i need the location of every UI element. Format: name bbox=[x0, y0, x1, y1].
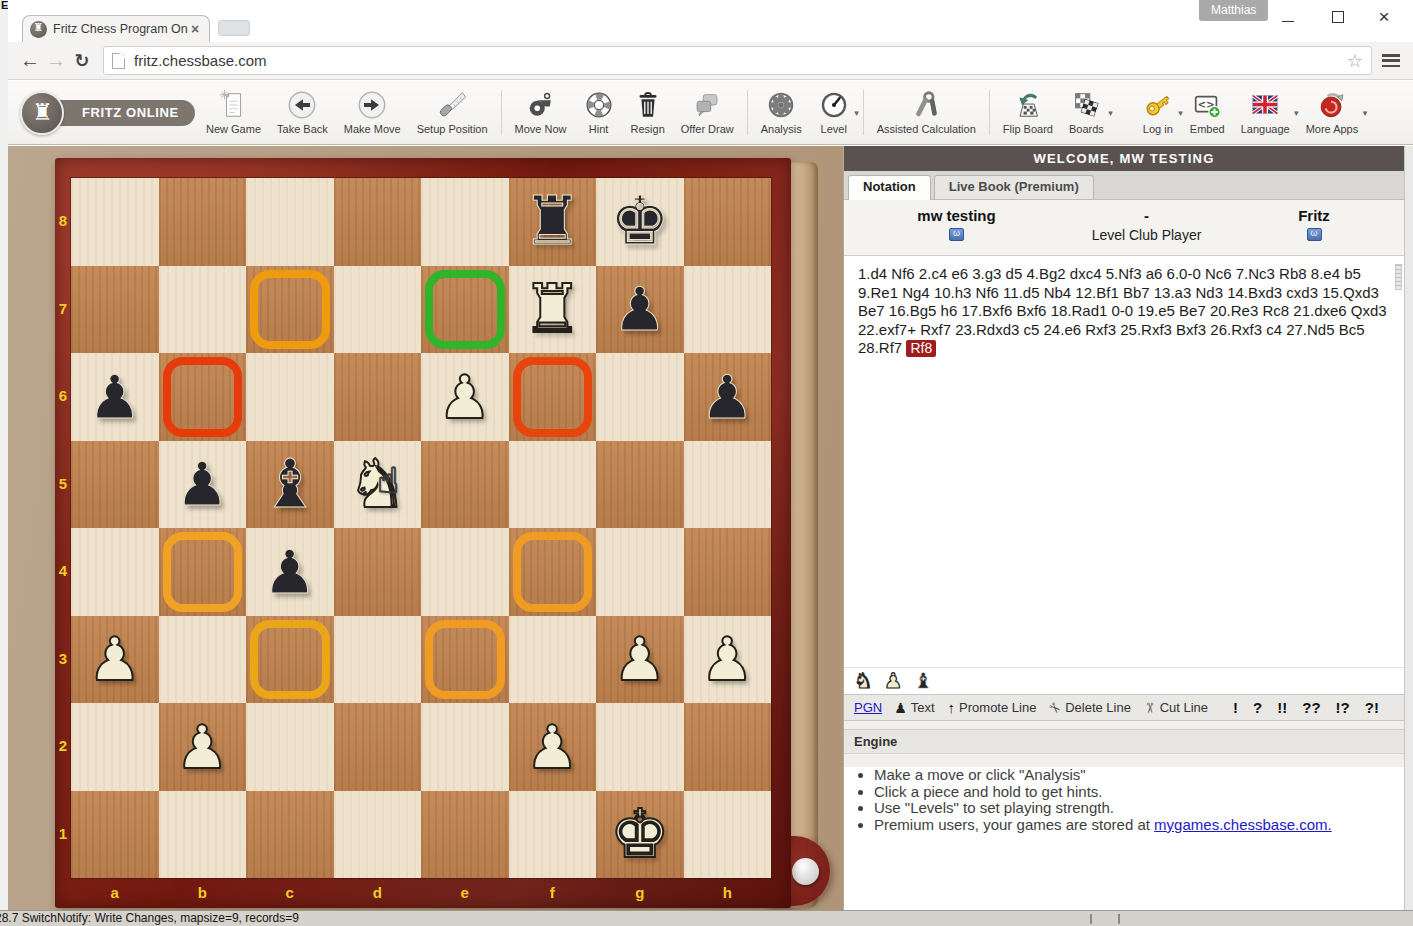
tab-title: Fritz Chess Program Onlin bbox=[53, 22, 188, 36]
tab-notation[interactable]: Notation bbox=[848, 175, 931, 200]
engine-tip: Click a piece and hold to get hints. bbox=[874, 784, 1404, 801]
white-pawn-h3[interactable]: ♟ bbox=[684, 616, 772, 704]
square-b5[interactable]: ♟ bbox=[159, 441, 247, 529]
cut-scissors-icon bbox=[1144, 700, 1156, 716]
square-c5[interactable]: ♝ bbox=[246, 441, 334, 529]
black-rook-f8[interactable]: ♜ bbox=[509, 178, 597, 266]
square-h8[interactable] bbox=[684, 178, 772, 266]
rook-logo-icon bbox=[20, 91, 64, 135]
square-e4[interactable] bbox=[421, 528, 509, 616]
square-h3[interactable]: ♟ bbox=[684, 616, 772, 704]
square-b1[interactable] bbox=[159, 791, 247, 879]
symbol-brilliant[interactable]: !! bbox=[1277, 699, 1287, 716]
symbol-mistake[interactable]: ? bbox=[1253, 699, 1262, 716]
assisted-calculation-button[interactable]: Assisted Calculation bbox=[869, 81, 984, 144]
flip-board-button[interactable]: Flip Board bbox=[995, 81, 1061, 144]
embed-icon: <> bbox=[1191, 86, 1223, 123]
level-label: Level Club Player bbox=[1092, 227, 1202, 243]
square-f5[interactable] bbox=[509, 441, 597, 529]
browser-window: Fritz Chess Program Onlin Matthias fritz… bbox=[8, 0, 1413, 910]
white-player-name: mw testing bbox=[917, 207, 995, 224]
file-label-c: c bbox=[246, 884, 334, 901]
toolbar-separator bbox=[863, 90, 864, 135]
square-a6[interactable]: ♟ bbox=[71, 353, 159, 441]
profile-badge[interactable]: Matthias bbox=[1199, 0, 1268, 21]
tab-live-book[interactable]: Live Book (Premium) bbox=[934, 175, 1094, 199]
engine-header: Engine bbox=[844, 729, 1404, 754]
browser-addressbar: fritz.chessbase.com bbox=[8, 42, 1413, 80]
result-separator: - bbox=[1144, 207, 1149, 224]
offer-draw-button[interactable]: Offer Draw bbox=[673, 81, 742, 144]
dropdown-caret-icon bbox=[1108, 108, 1113, 118]
square-a8[interactable] bbox=[71, 178, 159, 266]
annotation-symbols: ! ? !! ?? !? ?! bbox=[1233, 699, 1379, 716]
square-f1[interactable] bbox=[509, 791, 597, 879]
black-pawn-a6[interactable]: ♟ bbox=[71, 353, 159, 441]
rank-label-2: 2 bbox=[55, 737, 71, 754]
square-e8[interactable] bbox=[421, 178, 509, 266]
new-game-icon bbox=[218, 86, 250, 123]
square-d3[interactable] bbox=[334, 616, 422, 704]
white-pawn-e6[interactable]: ♟ bbox=[421, 353, 509, 441]
forward-button[interactable] bbox=[43, 49, 69, 72]
fritz-online-logo: FRITZ ONLINE bbox=[20, 89, 198, 137]
move-now-button[interactable]: Move Now bbox=[507, 81, 575, 144]
symbol-interesting[interactable]: !? bbox=[1336, 699, 1350, 716]
boards-icon bbox=[1070, 86, 1102, 123]
setup-position-icon bbox=[436, 86, 468, 123]
mygames-link[interactable]: mygames.chessbase.com. bbox=[1154, 816, 1332, 833]
white-pawn-g3[interactable]: ♟ bbox=[596, 616, 684, 704]
language-button[interactable]: Language bbox=[1233, 81, 1298, 144]
pawn-icon bbox=[894, 700, 907, 716]
move-hint-highlight-f6 bbox=[513, 357, 593, 437]
black-pawn-g7[interactable]: ♟ bbox=[596, 266, 684, 354]
toolbar-separator bbox=[501, 90, 502, 135]
text-button[interactable]: Text bbox=[894, 700, 934, 716]
browser-menu-icon[interactable] bbox=[1382, 54, 1400, 67]
square-c8[interactable] bbox=[246, 178, 334, 266]
square-g4[interactable] bbox=[596, 528, 684, 616]
symbol-blunder[interactable]: ?? bbox=[1302, 699, 1320, 716]
square-g3[interactable]: ♟ bbox=[596, 616, 684, 704]
engine-tip: Make a move or click "Analysis" bbox=[874, 767, 1404, 784]
white-rook-f7[interactable]: ♜ bbox=[509, 266, 597, 354]
fritz-online-logo-text: FRITZ ONLINE bbox=[44, 100, 195, 126]
promote-line-button[interactable]: Promote Line bbox=[948, 699, 1037, 716]
black-player-name: Fritz bbox=[1298, 207, 1330, 224]
square-e1[interactable] bbox=[421, 791, 509, 879]
move-hint-highlight-c3 bbox=[250, 620, 330, 700]
right-panel: WELCOME, MW TESTING Notation Live Book (… bbox=[843, 146, 1404, 910]
engine-panel: Make a move or click "Analysis" Click a … bbox=[844, 767, 1404, 924]
hint-button[interactable]: Hint bbox=[575, 81, 623, 144]
white-pawn-b2[interactable]: ♟ bbox=[159, 703, 247, 791]
move-hint-highlight-e3 bbox=[425, 620, 505, 700]
file-label-e: e bbox=[421, 884, 509, 901]
players-header: mw testing - Level Club Player Fritz bbox=[844, 200, 1404, 256]
rank-label-3: 3 bbox=[55, 650, 71, 667]
status-tick bbox=[1090, 914, 1092, 924]
file-label-g: g bbox=[596, 884, 684, 901]
status-bar: 28.7 SwitchNotify: Write Changes, mapsiz… bbox=[0, 910, 1413, 926]
square-c7[interactable] bbox=[246, 266, 334, 354]
square-f7[interactable]: ♜ bbox=[509, 266, 597, 354]
square-e2[interactable] bbox=[421, 703, 509, 791]
log-in-key-icon bbox=[1142, 86, 1174, 123]
browser-tab[interactable]: Fritz Chess Program Onlin bbox=[22, 15, 210, 42]
new-game-button[interactable]: New Game bbox=[198, 81, 269, 144]
flip-board-icon bbox=[1012, 86, 1044, 123]
make-move-button[interactable]: Make Move bbox=[336, 81, 409, 144]
screen: E Fritz Chess Program Onlin Matthias fri… bbox=[0, 0, 1413, 926]
square-b2[interactable]: ♟ bbox=[159, 703, 247, 791]
language-flag-icon bbox=[1249, 86, 1281, 123]
delete-line-button[interactable]: Delete Line bbox=[1049, 700, 1131, 716]
toolbar-separator bbox=[989, 90, 990, 135]
new-tab-button[interactable] bbox=[218, 20, 250, 36]
white-pawn-a3[interactable]: ♟ bbox=[71, 616, 159, 704]
square-g1[interactable]: ♚ bbox=[596, 791, 684, 879]
notation-scrollbar[interactable] bbox=[1395, 264, 1402, 290]
panel-gap bbox=[844, 721, 1404, 729]
square-g8[interactable]: ♚ bbox=[596, 178, 684, 266]
rank-label-8: 8 bbox=[55, 212, 71, 229]
rank-label-5: 5 bbox=[55, 475, 71, 492]
square-e6[interactable]: ♟ bbox=[421, 353, 509, 441]
more-apps-icon bbox=[1316, 86, 1348, 123]
minimize-button[interactable] bbox=[1272, 6, 1304, 28]
square-f4[interactable] bbox=[509, 528, 597, 616]
square-b3[interactable] bbox=[159, 616, 247, 704]
level-icon bbox=[818, 86, 850, 123]
square-b8[interactable] bbox=[159, 178, 247, 266]
square-c3[interactable] bbox=[246, 616, 334, 704]
square-d5[interactable]: ♞☝ bbox=[334, 441, 422, 529]
status-text: 28.7 SwitchNotify: Write Changes, mapsiz… bbox=[0, 911, 299, 925]
white-player-badge-icon[interactable] bbox=[949, 228, 964, 241]
hand-cursor: ☝ bbox=[377, 460, 399, 501]
square-d4[interactable] bbox=[334, 528, 422, 616]
dropdown-caret-icon bbox=[854, 108, 859, 118]
square-f2[interactable]: ♟ bbox=[509, 703, 597, 791]
white-king-g1[interactable]: ♚ bbox=[596, 791, 684, 879]
figurine-row: ♞ ♟ ♝ bbox=[844, 667, 1404, 694]
square-d2[interactable] bbox=[334, 703, 422, 791]
tab-close-icon[interactable] bbox=[188, 22, 202, 36]
engine-tip: Premium users, your games are stored at … bbox=[874, 817, 1404, 834]
square-d8[interactable] bbox=[334, 178, 422, 266]
boards-button[interactable]: Boards bbox=[1061, 81, 1112, 144]
reload-button[interactable] bbox=[69, 50, 95, 72]
square-f3[interactable] bbox=[509, 616, 597, 704]
bookmark-star-icon[interactable] bbox=[1347, 50, 1363, 72]
square-h2[interactable] bbox=[684, 703, 772, 791]
square-c6[interactable] bbox=[246, 353, 334, 441]
square-h4[interactable] bbox=[684, 528, 772, 616]
page-content: ♜♚♜♟♟♟♟♟♝♞☝♟♟♟♟♟♟♚ 87654321abcdefgh WELC… bbox=[8, 146, 1413, 910]
make-move-icon bbox=[356, 86, 388, 123]
panel-tabs: Notation Live Book (Premium) bbox=[844, 171, 1404, 200]
black-bishop-c5[interactable]: ♝ bbox=[246, 441, 334, 529]
square-a1[interactable] bbox=[71, 791, 159, 879]
fritz-toolbar: FRITZ ONLINE New Game Take Back Make Mov… bbox=[8, 81, 1413, 145]
moves-text[interactable]: 1.d4 Nf6 2.c4 e6 3.g3 d5 4.Bg2 dxc4 5.Nf… bbox=[858, 265, 1387, 356]
square-d6[interactable] bbox=[334, 353, 422, 441]
move-hint-highlight-b4 bbox=[163, 532, 243, 612]
move-hint-highlight-e7 bbox=[425, 270, 505, 350]
square-a7[interactable] bbox=[71, 266, 159, 354]
offer-draw-icon bbox=[691, 86, 723, 123]
embed-button[interactable]: <> Embed bbox=[1182, 81, 1233, 144]
square-h5[interactable] bbox=[684, 441, 772, 529]
cut-line-button[interactable]: Cut Line bbox=[1144, 700, 1208, 716]
square-c1[interactable] bbox=[246, 791, 334, 879]
window-scroll-strip[interactable] bbox=[1404, 146, 1413, 910]
square-d7[interactable] bbox=[334, 266, 422, 354]
square-g6[interactable] bbox=[596, 353, 684, 441]
url-bar[interactable]: fritz.chessbase.com bbox=[103, 46, 1372, 75]
level-button[interactable]: Level bbox=[810, 81, 858, 144]
more-apps-button[interactable]: More Apps bbox=[1298, 81, 1367, 144]
resign-button[interactable]: Resign bbox=[623, 81, 673, 144]
board-ball[interactable] bbox=[792, 858, 819, 885]
black-king-g8[interactable]: ♚ bbox=[596, 178, 684, 266]
file-label-d: d bbox=[334, 884, 422, 901]
black-pawn-b5[interactable]: ♟ bbox=[159, 441, 247, 529]
rank-label-7: 7 bbox=[55, 300, 71, 317]
toolbar-separator bbox=[747, 90, 748, 135]
fritz-favicon-icon bbox=[30, 21, 47, 38]
pgn-link[interactable]: PGN bbox=[854, 700, 882, 715]
square-a2[interactable] bbox=[71, 703, 159, 791]
browser-titlebar: Fritz Chess Program Onlin Matthias bbox=[8, 0, 1413, 42]
move-hint-highlight-b6 bbox=[163, 357, 243, 437]
square-f6[interactable] bbox=[509, 353, 597, 441]
analysis-icon bbox=[765, 86, 797, 123]
file-label-a: a bbox=[71, 884, 159, 901]
square-g7[interactable]: ♟ bbox=[596, 266, 684, 354]
take-back-button[interactable]: Take Back bbox=[269, 81, 336, 144]
white-knight-figurine-icon[interactable]: ♞ bbox=[854, 671, 873, 692]
log-in-button[interactable]: Log in bbox=[1134, 81, 1182, 144]
notation-toolbar: PGN Text Promote Line Delete Line Cut Li… bbox=[844, 694, 1404, 721]
setup-position-button[interactable]: Setup Position bbox=[409, 81, 496, 144]
square-b4[interactable] bbox=[159, 528, 247, 616]
symbol-dubious[interactable]: ?! bbox=[1365, 699, 1379, 716]
maximize-button[interactable] bbox=[1322, 6, 1354, 28]
analysis-button[interactable]: Analysis bbox=[753, 81, 810, 144]
delete-scissors-icon bbox=[1049, 700, 1061, 716]
square-a4[interactable] bbox=[71, 528, 159, 616]
take-back-icon bbox=[286, 86, 318, 123]
rank-label-1: 1 bbox=[55, 825, 71, 842]
selected-move-badge[interactable]: Rf8 bbox=[906, 340, 936, 357]
board-3d-edge bbox=[791, 162, 818, 908]
white-pawn-f2[interactable]: ♟ bbox=[509, 703, 597, 791]
welcome-bar: WELCOME, MW TESTING bbox=[844, 146, 1404, 171]
black-player-badge-icon[interactable] bbox=[1307, 228, 1322, 241]
square-c2[interactable] bbox=[246, 703, 334, 791]
move-hint-highlight-c7 bbox=[250, 270, 330, 350]
square-d1[interactable] bbox=[334, 791, 422, 879]
dropdown-caret-icon bbox=[1363, 108, 1368, 118]
square-a3[interactable]: ♟ bbox=[71, 616, 159, 704]
move-hint-highlight-f4 bbox=[513, 532, 593, 612]
close-window-button[interactable] bbox=[1368, 6, 1400, 28]
file-label-h: h bbox=[684, 884, 772, 901]
square-c4[interactable]: ♟ bbox=[246, 528, 334, 616]
square-e3[interactable] bbox=[421, 616, 509, 704]
square-b7[interactable] bbox=[159, 266, 247, 354]
square-a5[interactable] bbox=[71, 441, 159, 529]
file-label-b: b bbox=[159, 884, 247, 901]
up-arrow-icon bbox=[948, 699, 956, 716]
chess-board[interactable]: ♜♚♜♟♟♟♟♟♝♞☝♟♟♟♟♟♟♚ 87654321abcdefgh bbox=[55, 158, 791, 908]
assisted-calculation-icon bbox=[910, 86, 942, 123]
black-bishop-figurine-icon[interactable]: ♝ bbox=[914, 671, 933, 692]
resign-icon bbox=[632, 86, 664, 123]
hint-icon bbox=[583, 86, 615, 123]
square-h7[interactable] bbox=[684, 266, 772, 354]
square-b6[interactable] bbox=[159, 353, 247, 441]
white-pawn-figurine-icon[interactable]: ♟ bbox=[884, 671, 903, 692]
rank-label-6: 6 bbox=[55, 387, 71, 404]
square-h1[interactable] bbox=[684, 791, 772, 879]
url-text[interactable]: fritz.chessbase.com bbox=[134, 52, 1347, 69]
square-g5[interactable] bbox=[596, 441, 684, 529]
engine-tip: Use "Levels" to set playing strength. bbox=[874, 800, 1404, 817]
status-tick bbox=[1118, 914, 1120, 924]
notation-move-list[interactable]: 1.d4 Nf6 2.c4 e6 3.g3 d5 4.Bg2 dxc4 5.Nf… bbox=[844, 256, 1404, 667]
file-label-f: f bbox=[509, 884, 597, 901]
page-icon bbox=[112, 53, 125, 69]
square-h6[interactable]: ♟ bbox=[684, 353, 772, 441]
symbol-good[interactable]: ! bbox=[1233, 699, 1238, 716]
rank-label-4: 4 bbox=[55, 562, 71, 579]
square-e5[interactable] bbox=[421, 441, 509, 529]
black-pawn-c4[interactable]: ♟ bbox=[246, 528, 334, 616]
square-f8[interactable]: ♜ bbox=[509, 178, 597, 266]
square-e7[interactable] bbox=[421, 266, 509, 354]
square-g2[interactable] bbox=[596, 703, 684, 791]
move-now-icon bbox=[525, 86, 557, 123]
black-pawn-h6[interactable]: ♟ bbox=[684, 353, 772, 441]
back-button[interactable] bbox=[17, 49, 43, 72]
